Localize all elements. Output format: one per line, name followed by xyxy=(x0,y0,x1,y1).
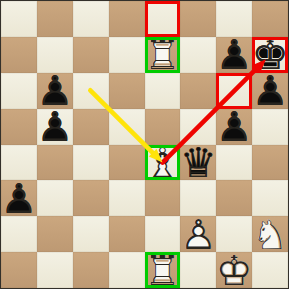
chess-board: ♜♖♟♙♚♔♟♙♟♙♟♙♟♙♝♗♛♕♟♙♟♙♞♘♜♖♚♔ xyxy=(0,0,289,289)
black-pawn[interactable]: ♟♙ xyxy=(252,73,288,109)
white-pawn[interactable]: ♟♙ xyxy=(180,216,216,252)
square-g1[interactable]: ♚♔ xyxy=(216,252,252,288)
square-d6[interactable] xyxy=(109,73,145,109)
black-queen[interactable]: ♛♕ xyxy=(180,145,216,181)
black-pawn[interactable]: ♟♙ xyxy=(216,37,252,73)
square-c5[interactable] xyxy=(73,109,109,145)
square-e4[interactable]: ♝♗ xyxy=(145,145,181,181)
square-h2[interactable]: ♞♘ xyxy=(252,216,288,252)
square-f6[interactable] xyxy=(180,73,216,109)
square-c3[interactable] xyxy=(73,180,109,216)
square-h1[interactable] xyxy=(252,252,288,288)
square-c8[interactable] xyxy=(73,1,109,37)
white-rook[interactable]: ♜♖ xyxy=(145,37,181,73)
square-f2[interactable]: ♟♙ xyxy=(180,216,216,252)
square-e3[interactable] xyxy=(145,180,181,216)
square-b3[interactable] xyxy=(37,180,73,216)
square-h4[interactable] xyxy=(252,145,288,181)
white-knight[interactable]: ♞♘ xyxy=(252,216,288,252)
square-b8[interactable] xyxy=(37,1,73,37)
square-d1[interactable] xyxy=(109,252,145,288)
square-d8[interactable] xyxy=(109,1,145,37)
white-rook[interactable]: ♜♖ xyxy=(145,252,181,288)
square-a1[interactable] xyxy=(1,252,37,288)
square-b4[interactable] xyxy=(37,145,73,181)
square-d5[interactable] xyxy=(109,109,145,145)
square-c2[interactable] xyxy=(73,216,109,252)
square-b2[interactable] xyxy=(37,216,73,252)
square-e7[interactable]: ♜♖ xyxy=(145,37,181,73)
white-bishop[interactable]: ♝♗ xyxy=(145,145,181,181)
board-grid: ♜♖♟♙♚♔♟♙♟♙♟♙♟♙♝♗♛♕♟♙♟♙♞♘♜♖♚♔ xyxy=(1,1,288,288)
square-c4[interactable] xyxy=(73,145,109,181)
square-d4[interactable] xyxy=(109,145,145,181)
square-g5[interactable]: ♟♙ xyxy=(216,109,252,145)
square-a3[interactable]: ♟♙ xyxy=(1,180,37,216)
square-h6[interactable]: ♟♙ xyxy=(252,73,288,109)
square-f8[interactable] xyxy=(180,1,216,37)
square-f7[interactable] xyxy=(180,37,216,73)
square-b5[interactable]: ♟♙ xyxy=(37,109,73,145)
white-king[interactable]: ♚♔ xyxy=(216,252,252,288)
black-pawn[interactable]: ♟♙ xyxy=(216,109,252,145)
square-a8[interactable] xyxy=(1,1,37,37)
square-g4[interactable] xyxy=(216,145,252,181)
square-c1[interactable] xyxy=(73,252,109,288)
square-e1[interactable]: ♜♖ xyxy=(145,252,181,288)
square-c7[interactable] xyxy=(73,37,109,73)
square-d7[interactable] xyxy=(109,37,145,73)
square-d3[interactable] xyxy=(109,180,145,216)
square-a6[interactable] xyxy=(1,73,37,109)
square-f1[interactable] xyxy=(180,252,216,288)
square-g3[interactable] xyxy=(216,180,252,216)
square-f4[interactable]: ♛♕ xyxy=(180,145,216,181)
black-pawn[interactable]: ♟♙ xyxy=(1,180,37,216)
square-a2[interactable] xyxy=(1,216,37,252)
square-a7[interactable] xyxy=(1,37,37,73)
square-b1[interactable] xyxy=(37,252,73,288)
square-a5[interactable] xyxy=(1,109,37,145)
square-e6[interactable] xyxy=(145,73,181,109)
black-pawn[interactable]: ♟♙ xyxy=(37,109,73,145)
square-c6[interactable] xyxy=(73,73,109,109)
square-h5[interactable] xyxy=(252,109,288,145)
square-g7[interactable]: ♟♙ xyxy=(216,37,252,73)
square-d2[interactable] xyxy=(109,216,145,252)
